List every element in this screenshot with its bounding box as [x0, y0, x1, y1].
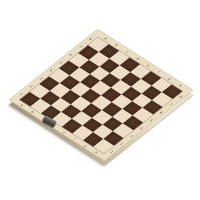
- chessboard: aa88bb77cc66dd55ee44ff33gg22hh11: [8, 29, 193, 161]
- product-photo-chessboard[interactable]: aa88bb77cc66dd55ee44ff33gg22hh11: [0, 0, 200, 200]
